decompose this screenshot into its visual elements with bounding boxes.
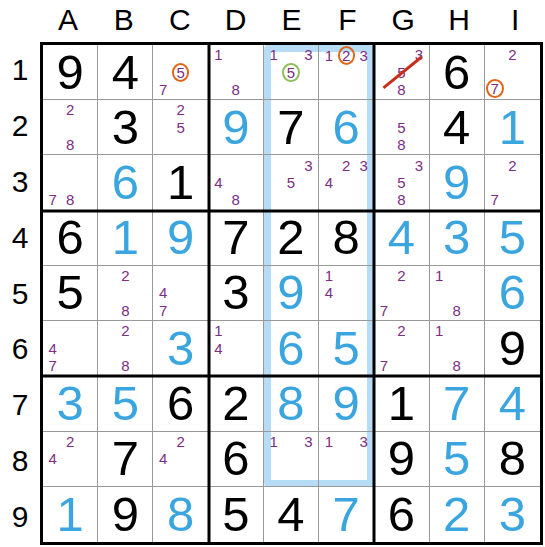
given-digit: 7 xyxy=(222,213,249,262)
candidates: 27 xyxy=(375,267,427,319)
candidate-5: 5 xyxy=(393,119,410,136)
solved-digit: 5 xyxy=(499,213,526,262)
column-label-A: A xyxy=(40,0,96,40)
candidates: 14 xyxy=(210,322,262,374)
given-digit: 9 xyxy=(112,490,139,539)
cell-E3[interactable]: 35 xyxy=(264,155,319,210)
candidate-8: 8 xyxy=(448,357,465,374)
candidate-2: 2 xyxy=(393,322,410,339)
cell-A4[interactable]: 6 xyxy=(43,211,98,266)
cell-B1[interactable]: 4 xyxy=(98,45,153,100)
solved-digit: 9 xyxy=(277,268,304,317)
candidate-2: 2 xyxy=(504,156,522,173)
solved-digit: 9 xyxy=(443,158,470,207)
cell-C5[interactable]: 47 xyxy=(153,266,208,321)
cell-A8[interactable]: 24 xyxy=(43,432,98,487)
cell-F9[interactable]: 7 xyxy=(319,487,374,542)
cell-E2[interactable]: 7 xyxy=(264,100,319,155)
candidates: 24 xyxy=(44,433,96,485)
column-label-B: B xyxy=(96,0,152,40)
solved-digit: 9 xyxy=(333,379,360,428)
candidate-2: 2 xyxy=(61,101,78,118)
cell-D7[interactable]: 2 xyxy=(209,376,264,431)
cell-B5[interactable]: 28 xyxy=(98,266,153,321)
candidates: 35 xyxy=(265,156,317,208)
given-digit: 4 xyxy=(443,103,470,152)
candidates: 25 xyxy=(154,101,206,153)
cell-H3[interactable]: 9 xyxy=(430,155,485,210)
candidate-5-circle-orange: 5 xyxy=(172,63,189,82)
sudoku-board: 9457181351233586272832597658417861483523… xyxy=(40,42,543,545)
candidate-7: 7 xyxy=(44,191,61,208)
row-label-1: 1 xyxy=(0,42,40,98)
given-digit: 3 xyxy=(222,268,249,317)
candidate-3: 3 xyxy=(300,156,317,173)
cell-B2[interactable]: 3 xyxy=(98,100,153,155)
candidates: 18 xyxy=(431,322,483,374)
candidate-5: 5 xyxy=(172,119,189,136)
candidate-2: 2 xyxy=(61,433,78,450)
candidate-8: 8 xyxy=(117,357,134,374)
candidate-1: 1 xyxy=(210,322,227,339)
given-digit: 5 xyxy=(222,490,249,539)
candidate-8: 8 xyxy=(227,81,244,98)
cell-I5[interactable]: 6 xyxy=(485,266,540,321)
cell-B4[interactable]: 1 xyxy=(98,211,153,266)
given-digit: 6 xyxy=(388,490,415,539)
candidates: 28 xyxy=(99,267,151,319)
column-label-G: G xyxy=(375,0,431,40)
given-digit: 2 xyxy=(277,213,304,262)
cell-G3[interactable]: 358 xyxy=(374,155,429,210)
candidate-8: 8 xyxy=(227,191,244,208)
candidates: 78 xyxy=(44,156,96,208)
candidates: 13 xyxy=(320,433,372,485)
cell-G4[interactable]: 4 xyxy=(374,211,429,266)
candidate-5: 5 xyxy=(282,174,299,191)
column-label-F: F xyxy=(319,0,375,40)
row-label-2: 2 xyxy=(0,98,40,154)
cell-G1[interactable]: 358 xyxy=(374,45,429,100)
given-digit: 4 xyxy=(112,48,139,97)
candidate-3: 3 xyxy=(300,46,317,63)
candidates: 27 xyxy=(375,322,427,374)
row-label-4: 4 xyxy=(0,210,40,266)
row-label-3: 3 xyxy=(0,154,40,210)
candidate-2: 2 xyxy=(393,267,410,284)
candidate-8: 8 xyxy=(393,81,410,98)
candidate-8: 8 xyxy=(61,191,78,208)
cell-D2[interactable]: 9 xyxy=(209,100,264,155)
cell-F8[interactable]: 13 xyxy=(319,432,374,487)
cell-A6[interactable]: 47 xyxy=(43,321,98,376)
solved-digit: 4 xyxy=(499,379,526,428)
candidates: 47 xyxy=(44,322,96,374)
solved-digit: 5 xyxy=(112,379,139,428)
cell-H7[interactable]: 7 xyxy=(430,376,485,431)
cell-G5[interactable]: 27 xyxy=(374,266,429,321)
solved-digit: 6 xyxy=(333,103,360,152)
candidate-8: 8 xyxy=(61,136,78,153)
cell-D5[interactable]: 3 xyxy=(209,266,264,321)
candidate-3: 3 xyxy=(355,156,372,173)
cell-G2[interactable]: 58 xyxy=(374,100,429,155)
candidate-5: 5 xyxy=(393,174,410,191)
candidate-1: 1 xyxy=(265,46,282,63)
cell-B9[interactable]: 9 xyxy=(98,487,153,542)
cell-C9[interactable]: 8 xyxy=(153,487,208,542)
candidates: 358 xyxy=(375,156,427,208)
cell-E6[interactable]: 6 xyxy=(264,321,319,376)
candidates: 47 xyxy=(154,267,206,319)
cell-A9[interactable]: 1 xyxy=(43,487,98,542)
candidates: 14 xyxy=(320,267,372,319)
given-digit: 8 xyxy=(499,434,526,483)
cell-D1[interactable]: 18 xyxy=(209,45,264,100)
cell-H9[interactable]: 2 xyxy=(430,487,485,542)
cell-H5[interactable]: 18 xyxy=(430,266,485,321)
candidates: 28 xyxy=(44,101,96,153)
row-label-5: 5 xyxy=(0,266,40,322)
given-digit: 6 xyxy=(56,213,83,262)
candidate-8: 8 xyxy=(448,302,465,319)
column-label-E: E xyxy=(264,0,320,40)
candidate-4: 4 xyxy=(320,284,337,301)
cell-F1[interactable]: 123 xyxy=(319,45,374,100)
cell-H1[interactable]: 6 xyxy=(430,45,485,100)
column-labels: A B C D E F G H I xyxy=(40,0,543,40)
candidates: 234 xyxy=(320,156,372,208)
cell-D9[interactable]: 5 xyxy=(209,487,264,542)
solved-digit: 1 xyxy=(112,213,139,262)
given-digit: 4 xyxy=(277,490,304,539)
solved-digit: 3 xyxy=(56,379,83,428)
cell-B3[interactable]: 6 xyxy=(98,155,153,210)
candidates: 57 xyxy=(154,46,206,98)
candidates: 18 xyxy=(431,267,483,319)
solved-digit: 6 xyxy=(499,268,526,317)
cell-H4[interactable]: 3 xyxy=(430,211,485,266)
given-digit: 1 xyxy=(167,158,194,207)
given-digit: 7 xyxy=(277,103,304,152)
cell-I6[interactable]: 9 xyxy=(485,321,540,376)
candidates: 27 xyxy=(486,46,539,98)
cell-F7[interactable]: 9 xyxy=(319,376,374,431)
cell-G9[interactable]: 6 xyxy=(374,487,429,542)
cell-H6[interactable]: 18 xyxy=(430,321,485,376)
cell-C8[interactable]: 24 xyxy=(153,432,208,487)
candidate-3: 3 xyxy=(410,156,427,173)
cell-E5[interactable]: 9 xyxy=(264,266,319,321)
cell-D6[interactable]: 14 xyxy=(209,321,264,376)
solved-digit: 6 xyxy=(112,158,139,207)
candidate-1: 1 xyxy=(210,46,227,63)
candidate-8: 8 xyxy=(117,302,134,319)
candidate-2: 2 xyxy=(172,101,189,118)
given-digit: 3 xyxy=(112,103,139,152)
candidate-3: 3 xyxy=(355,46,372,65)
solved-digit: 9 xyxy=(222,103,249,152)
candidate-3: 3 xyxy=(355,433,372,450)
cell-I4[interactable]: 5 xyxy=(485,211,540,266)
cell-C2[interactable]: 25 xyxy=(153,100,208,155)
candidate-8: 8 xyxy=(393,136,410,153)
candidate-4: 4 xyxy=(210,340,227,357)
solved-digit: 8 xyxy=(167,490,194,539)
given-digit: 5 xyxy=(56,268,83,317)
solved-digit: 4 xyxy=(388,213,415,262)
candidate-7: 7 xyxy=(44,357,61,374)
cell-E9[interactable]: 4 xyxy=(264,487,319,542)
candidates: 58 xyxy=(375,101,427,153)
cell-C7[interactable]: 6 xyxy=(153,376,208,431)
column-label-I: I xyxy=(487,0,543,40)
candidate-4: 4 xyxy=(210,174,227,191)
cell-A5[interactable]: 5 xyxy=(43,266,98,321)
cell-C4[interactable]: 9 xyxy=(153,211,208,266)
cell-B7[interactable]: 5 xyxy=(98,376,153,431)
cell-G6[interactable]: 27 xyxy=(374,321,429,376)
candidate-1: 1 xyxy=(320,433,337,450)
candidate-1: 1 xyxy=(320,46,337,65)
cell-B8[interactable]: 7 xyxy=(98,432,153,487)
candidate-4: 4 xyxy=(44,450,61,467)
cell-E1[interactable]: 135 xyxy=(264,45,319,100)
solved-digit: 1 xyxy=(499,103,526,152)
cell-A1[interactable]: 9 xyxy=(43,45,98,100)
cell-F3[interactable]: 234 xyxy=(319,155,374,210)
row-label-7: 7 xyxy=(0,377,40,433)
given-digit: 6 xyxy=(443,48,470,97)
cell-D3[interactable]: 48 xyxy=(209,155,264,210)
cell-H2[interactable]: 4 xyxy=(430,100,485,155)
cell-H8[interactable]: 5 xyxy=(430,432,485,487)
candidates: 27 xyxy=(486,156,539,208)
cell-G8[interactable]: 9 xyxy=(374,432,429,487)
cell-C6[interactable]: 3 xyxy=(153,321,208,376)
cell-D4[interactable]: 7 xyxy=(209,211,264,266)
candidate-7: 7 xyxy=(154,302,171,319)
solved-digit: 1 xyxy=(56,490,83,539)
candidate-1: 1 xyxy=(431,322,448,339)
cell-C1[interactable]: 57 xyxy=(153,45,208,100)
candidates: 13 xyxy=(265,433,317,485)
candidate-4: 4 xyxy=(154,284,171,301)
given-digit: 8 xyxy=(333,213,360,262)
candidates: 123 xyxy=(320,46,372,98)
cell-I9[interactable]: 3 xyxy=(485,487,540,542)
row-labels: 1 2 3 4 5 6 7 8 9 xyxy=(0,42,40,545)
candidates: 135 xyxy=(265,46,317,98)
cell-I1[interactable]: 27 xyxy=(485,45,540,100)
cell-I2[interactable]: 1 xyxy=(485,100,540,155)
candidates: 24 xyxy=(154,433,206,485)
given-digit: 2 xyxy=(222,379,249,428)
cell-G7[interactable]: 1 xyxy=(374,376,429,431)
cell-I3[interactable]: 27 xyxy=(485,155,540,210)
given-digit: 6 xyxy=(222,434,249,483)
cell-B6[interactable]: 28 xyxy=(98,321,153,376)
solved-digit: 5 xyxy=(333,324,360,373)
cell-E4[interactable]: 2 xyxy=(264,211,319,266)
candidate-4: 4 xyxy=(154,450,171,467)
cell-A2[interactable]: 28 xyxy=(43,100,98,155)
solved-digit: 7 xyxy=(443,379,470,428)
given-digit: 9 xyxy=(56,48,83,97)
candidates: 48 xyxy=(210,156,262,208)
cell-E8[interactable]: 13 xyxy=(264,432,319,487)
candidate-1: 1 xyxy=(265,433,282,450)
cell-F6[interactable]: 5 xyxy=(319,321,374,376)
column-label-H: H xyxy=(431,0,487,40)
candidates: 18 xyxy=(210,46,262,98)
cell-A3[interactable]: 78 xyxy=(43,155,98,210)
row-label-9: 9 xyxy=(0,489,40,545)
cell-I8[interactable]: 8 xyxy=(485,432,540,487)
solved-digit: 3 xyxy=(167,324,194,373)
solved-digit: 6 xyxy=(277,324,304,373)
candidate-8: 8 xyxy=(393,191,410,208)
candidate-7: 7 xyxy=(486,191,504,208)
candidate-7: 7 xyxy=(375,302,392,319)
candidate-2: 2 xyxy=(338,156,355,173)
candidate-1: 1 xyxy=(320,267,337,284)
given-digit: 1 xyxy=(388,379,415,428)
given-digit: 9 xyxy=(388,434,415,483)
cell-D8[interactable]: 6 xyxy=(209,432,264,487)
column-label-C: C xyxy=(152,0,208,40)
candidate-2: 2 xyxy=(117,267,134,284)
candidate-7: 7 xyxy=(154,82,171,99)
cell-F4[interactable]: 8 xyxy=(319,211,374,266)
column-label-D: D xyxy=(208,0,264,40)
cell-F2[interactable]: 6 xyxy=(319,100,374,155)
cell-I7[interactable]: 4 xyxy=(485,376,540,431)
row-label-8: 8 xyxy=(0,433,40,489)
candidate-3: 3 xyxy=(300,433,317,450)
given-digit: 6 xyxy=(167,379,194,428)
candidate-7-circle-orange: 7 xyxy=(486,79,504,98)
cell-E7[interactable]: 8 xyxy=(264,376,319,431)
cell-F5[interactable]: 14 xyxy=(319,266,374,321)
given-digit: 7 xyxy=(112,434,139,483)
candidates: 28 xyxy=(99,322,151,374)
solved-digit: 8 xyxy=(277,379,304,428)
row-label-6: 6 xyxy=(0,321,40,377)
solved-digit: 5 xyxy=(443,434,470,483)
candidate-2: 2 xyxy=(172,433,189,450)
candidate-4: 4 xyxy=(320,174,337,191)
candidate-4: 4 xyxy=(44,340,61,357)
candidate-2-circle-orange: 2 xyxy=(338,46,355,65)
solved-digit: 9 xyxy=(167,213,194,262)
solved-digit: 7 xyxy=(333,490,360,539)
cell-A7[interactable]: 3 xyxy=(43,376,98,431)
solved-digit: 2 xyxy=(443,490,470,539)
candidate-2: 2 xyxy=(117,322,134,339)
cell-C3[interactable]: 1 xyxy=(153,155,208,210)
candidate-7: 7 xyxy=(375,357,392,374)
candidate-1: 1 xyxy=(431,267,448,284)
solved-digit: 3 xyxy=(499,490,526,539)
solved-digit: 3 xyxy=(443,213,470,262)
candidate-5-circle-green: 5 xyxy=(282,63,299,82)
candidate-2: 2 xyxy=(504,46,522,63)
given-digit: 9 xyxy=(499,324,526,373)
